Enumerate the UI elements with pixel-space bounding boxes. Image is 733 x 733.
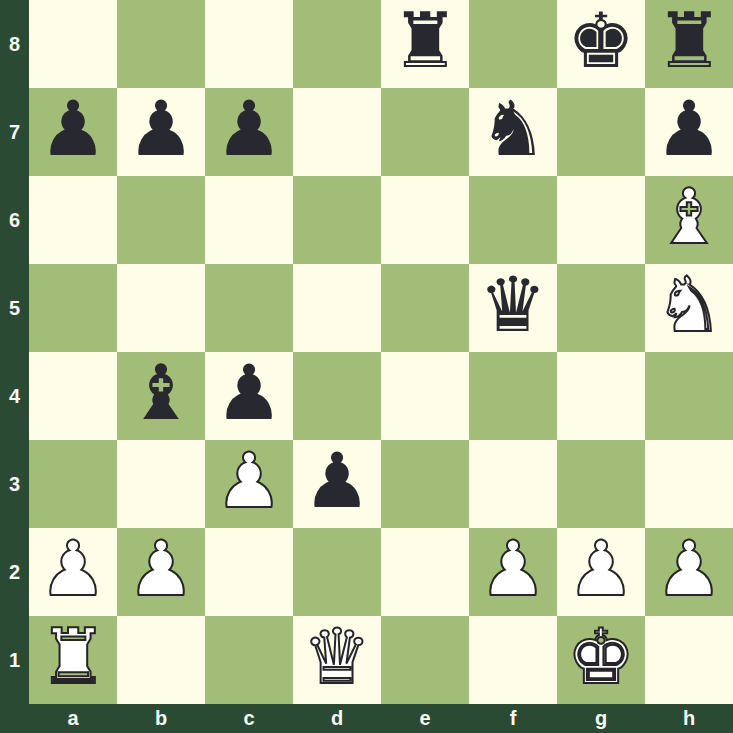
square-d5[interactable]: [293, 264, 381, 352]
square-a7[interactable]: ♟: [29, 88, 117, 176]
rank-label-3: 3: [0, 440, 29, 528]
square-f6[interactable]: [469, 176, 557, 264]
black-knight[interactable]: ♞: [479, 91, 547, 167]
chess-board: ♜♚♜♟♟♟♞♟♝♛♞♝♟♟♟♟♟♟♟♟♜♛♚: [29, 0, 733, 704]
board-corner: [0, 704, 29, 733]
white-pawn[interactable]: ♟: [655, 531, 723, 607]
black-pawn[interactable]: ♟: [39, 91, 107, 167]
white-bishop[interactable]: ♝: [655, 179, 723, 255]
square-g6[interactable]: [557, 176, 645, 264]
square-d3[interactable]: ♟: [293, 440, 381, 528]
square-c4[interactable]: ♟: [205, 352, 293, 440]
square-h2[interactable]: ♟: [645, 528, 733, 616]
file-label-d: d: [293, 704, 381, 733]
white-rook[interactable]: ♜: [39, 619, 107, 695]
square-g3[interactable]: [557, 440, 645, 528]
black-bishop[interactable]: ♝: [127, 355, 195, 431]
square-g4[interactable]: [557, 352, 645, 440]
square-d2[interactable]: [293, 528, 381, 616]
square-h5[interactable]: ♞: [645, 264, 733, 352]
rank-label-6: 6: [0, 176, 29, 264]
square-d1[interactable]: ♛: [293, 616, 381, 704]
rank-label-4: 4: [0, 352, 29, 440]
square-f7[interactable]: ♞: [469, 88, 557, 176]
file-label-e: e: [381, 704, 469, 733]
square-e8[interactable]: ♜: [381, 0, 469, 88]
square-f1[interactable]: [469, 616, 557, 704]
white-king[interactable]: ♚: [567, 619, 635, 695]
square-c6[interactable]: [205, 176, 293, 264]
file-label-c: c: [205, 704, 293, 733]
square-a2[interactable]: ♟: [29, 528, 117, 616]
square-a5[interactable]: [29, 264, 117, 352]
black-pawn[interactable]: ♟: [127, 91, 195, 167]
square-e6[interactable]: [381, 176, 469, 264]
square-c8[interactable]: [205, 0, 293, 88]
square-a1[interactable]: ♜: [29, 616, 117, 704]
file-label-g: g: [557, 704, 645, 733]
square-a8[interactable]: [29, 0, 117, 88]
square-a4[interactable]: [29, 352, 117, 440]
square-b8[interactable]: [117, 0, 205, 88]
white-pawn[interactable]: ♟: [127, 531, 195, 607]
square-h4[interactable]: [645, 352, 733, 440]
square-f8[interactable]: [469, 0, 557, 88]
square-g5[interactable]: [557, 264, 645, 352]
square-g2[interactable]: ♟: [557, 528, 645, 616]
square-e3[interactable]: [381, 440, 469, 528]
rank-label-7: 7: [0, 88, 29, 176]
file-label-a: a: [29, 704, 117, 733]
square-a3[interactable]: [29, 440, 117, 528]
square-e7[interactable]: [381, 88, 469, 176]
file-label-b: b: [117, 704, 205, 733]
square-h3[interactable]: [645, 440, 733, 528]
square-b6[interactable]: [117, 176, 205, 264]
file-label-h: h: [645, 704, 733, 733]
square-c1[interactable]: [205, 616, 293, 704]
square-b5[interactable]: [117, 264, 205, 352]
white-knight[interactable]: ♞: [655, 267, 723, 343]
square-f2[interactable]: ♟: [469, 528, 557, 616]
square-d7[interactable]: [293, 88, 381, 176]
square-f4[interactable]: [469, 352, 557, 440]
square-f3[interactable]: [469, 440, 557, 528]
file-coordinates: abcdefgh: [29, 704, 733, 733]
square-h1[interactable]: [645, 616, 733, 704]
white-pawn[interactable]: ♟: [479, 531, 547, 607]
chess-board-panel: 87654321 ♜♚♜♟♟♟♞♟♝♛♞♝♟♟♟♟♟♟♟♟♜♛♚ abcdefg…: [0, 0, 733, 733]
square-b3[interactable]: [117, 440, 205, 528]
rank-label-1: 1: [0, 616, 29, 704]
square-h7[interactable]: ♟: [645, 88, 733, 176]
black-rook[interactable]: ♜: [655, 3, 723, 79]
square-d6[interactable]: [293, 176, 381, 264]
rank-label-5: 5: [0, 264, 29, 352]
black-pawn[interactable]: ♟: [215, 91, 283, 167]
square-b7[interactable]: ♟: [117, 88, 205, 176]
square-e1[interactable]: [381, 616, 469, 704]
square-b2[interactable]: ♟: [117, 528, 205, 616]
black-queen[interactable]: ♛: [479, 267, 547, 343]
square-g1[interactable]: ♚: [557, 616, 645, 704]
white-queen[interactable]: ♛: [303, 619, 371, 695]
square-c5[interactable]: [205, 264, 293, 352]
square-b4[interactable]: ♝: [117, 352, 205, 440]
square-e4[interactable]: [381, 352, 469, 440]
rank-label-8: 8: [0, 0, 29, 88]
square-h8[interactable]: ♜: [645, 0, 733, 88]
square-h6[interactable]: ♝: [645, 176, 733, 264]
rank-label-2: 2: [0, 528, 29, 616]
square-c7[interactable]: ♟: [205, 88, 293, 176]
rank-coordinates: 87654321: [0, 0, 29, 704]
square-c3[interactable]: ♟: [205, 440, 293, 528]
square-b1[interactable]: [117, 616, 205, 704]
black-rook[interactable]: ♜: [391, 3, 459, 79]
square-g7[interactable]: [557, 88, 645, 176]
square-d8[interactable]: [293, 0, 381, 88]
square-f5[interactable]: ♛: [469, 264, 557, 352]
white-pawn[interactable]: ♟: [215, 443, 283, 519]
square-c2[interactable]: [205, 528, 293, 616]
black-king[interactable]: ♚: [567, 3, 635, 79]
square-d4[interactable]: [293, 352, 381, 440]
square-a6[interactable]: [29, 176, 117, 264]
black-pawn[interactable]: ♟: [215, 355, 283, 431]
square-e2[interactable]: [381, 528, 469, 616]
white-pawn[interactable]: ♟: [39, 531, 107, 607]
square-g8[interactable]: ♚: [557, 0, 645, 88]
square-e5[interactable]: [381, 264, 469, 352]
black-pawn[interactable]: ♟: [303, 443, 371, 519]
white-pawn[interactable]: ♟: [567, 531, 635, 607]
file-label-f: f: [469, 704, 557, 733]
black-pawn[interactable]: ♟: [655, 91, 723, 167]
